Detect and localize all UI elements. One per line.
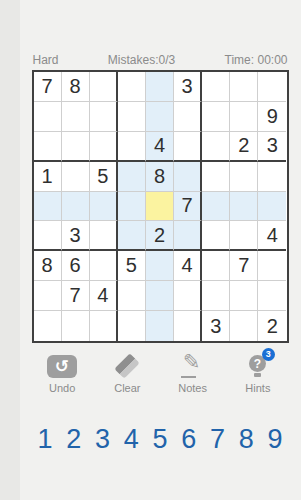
board-cell[interactable]: [34, 102, 62, 132]
numpad-key[interactable]: 2: [60, 424, 87, 455]
board-cell[interactable]: [90, 251, 118, 281]
board-cell[interactable]: [202, 221, 230, 251]
board-cell[interactable]: [118, 72, 146, 102]
board-cell[interactable]: 7: [174, 192, 202, 222]
board-cell[interactable]: 4: [258, 221, 286, 251]
board-cell[interactable]: [34, 221, 62, 251]
board-cell[interactable]: [230, 102, 258, 132]
board-cell[interactable]: [230, 281, 258, 311]
board-cell[interactable]: [34, 132, 62, 162]
board-cell[interactable]: [202, 102, 230, 132]
board-cell[interactable]: [118, 221, 146, 251]
board-cell[interactable]: 7: [230, 251, 258, 281]
board-cell[interactable]: 7: [34, 72, 62, 102]
board-cell[interactable]: [202, 72, 230, 102]
board-cell[interactable]: 5: [118, 251, 146, 281]
numpad-key[interactable]: 3: [89, 424, 116, 455]
board-cell[interactable]: [202, 132, 230, 162]
numpad-key[interactable]: 4: [118, 424, 145, 455]
board-cell[interactable]: [230, 162, 258, 192]
number-pad: 123456789: [32, 424, 289, 455]
board-cell[interactable]: [258, 162, 286, 192]
clear-button[interactable]: Clear: [98, 352, 156, 394]
hints-button[interactable]: ? 3 Hints: [229, 352, 287, 394]
timer: Time: 00:00: [225, 53, 288, 67]
board-cell[interactable]: [62, 192, 90, 222]
board-cell[interactable]: [90, 72, 118, 102]
pencil-icon: ✎: [179, 353, 207, 379]
board-cell[interactable]: [62, 132, 90, 162]
board-cell[interactable]: 7: [62, 281, 90, 311]
board-cell[interactable]: [174, 281, 202, 311]
undo-button[interactable]: ↺ Undo: [33, 352, 91, 394]
difficulty-label: Hard: [33, 53, 59, 67]
board-cell[interactable]: [174, 311, 202, 341]
board-cell[interactable]: [34, 281, 62, 311]
board-cell[interactable]: 5: [90, 162, 118, 192]
board-cell[interactable]: [90, 102, 118, 132]
board-cell[interactable]: [118, 102, 146, 132]
board-cell[interactable]: 8: [146, 162, 174, 192]
board-cell[interactable]: [34, 192, 62, 222]
board-cell[interactable]: 4: [174, 251, 202, 281]
board-cell[interactable]: 2: [258, 311, 286, 341]
board-cell[interactable]: 3: [258, 132, 286, 162]
board-cell[interactable]: [202, 281, 230, 311]
eraser-icon: [115, 353, 140, 378]
board-cell[interactable]: 3: [202, 311, 230, 341]
board-cell[interactable]: [146, 72, 174, 102]
board-cell[interactable]: 1: [34, 162, 62, 192]
clear-label: Clear: [114, 382, 140, 394]
board-cell[interactable]: [118, 162, 146, 192]
board-cell[interactable]: [90, 221, 118, 251]
board-cell[interactable]: [146, 192, 174, 222]
status-bar: Hard Mistakes:0/3 Time: 00:00: [20, 53, 301, 67]
undo-label: Undo: [49, 382, 75, 394]
board-cell[interactable]: [202, 251, 230, 281]
board-cell[interactable]: [174, 221, 202, 251]
numpad-key[interactable]: 9: [262, 424, 289, 455]
board-cell[interactable]: [174, 102, 202, 132]
board-cell[interactable]: [258, 192, 286, 222]
board-cell[interactable]: [202, 162, 230, 192]
board-cell[interactable]: 3: [62, 221, 90, 251]
board-cell[interactable]: [62, 162, 90, 192]
board-cell[interactable]: [230, 311, 258, 341]
board-cell[interactable]: 8: [34, 251, 62, 281]
numpad-key[interactable]: 6: [175, 424, 202, 455]
board-cell[interactable]: [62, 102, 90, 132]
board-cell[interactable]: 3: [174, 72, 202, 102]
board-cell[interactable]: [90, 311, 118, 341]
board-cell[interactable]: [90, 132, 118, 162]
board-cell[interactable]: 4: [146, 132, 174, 162]
board-cell[interactable]: [146, 281, 174, 311]
board-cell[interactable]: [258, 72, 286, 102]
notes-button[interactable]: ✎ Notes: [164, 352, 222, 394]
board-cell[interactable]: [146, 311, 174, 341]
numpad-key[interactable]: 8: [233, 424, 260, 455]
numpad-key[interactable]: 1: [32, 424, 59, 455]
board-cell[interactable]: 4: [90, 281, 118, 311]
notes-label: Notes: [178, 382, 207, 394]
hints-label: Hints: [245, 382, 270, 394]
toolbar: ↺ Undo Clear ✎ Notes ?: [20, 352, 301, 394]
sudoku-app: Hard Mistakes:0/3 Time: 00:00 7839423158…: [20, 0, 301, 500]
board-cell[interactable]: [202, 192, 230, 222]
board-cell[interactable]: [118, 132, 146, 162]
hints-count-badge: 3: [262, 348, 275, 361]
board-cell[interactable]: [62, 311, 90, 341]
board-cell[interactable]: [174, 132, 202, 162]
numpad-key[interactable]: 7: [204, 424, 231, 455]
sudoku-board[interactable]: 78394231587324865477432: [32, 70, 289, 343]
lightbulb-icon: ? 3: [245, 353, 271, 379]
board-cell[interactable]: [230, 192, 258, 222]
mistakes-counter: Mistakes:0/3: [108, 53, 175, 67]
board-cell[interactable]: [258, 281, 286, 311]
board-cell[interactable]: 8: [62, 72, 90, 102]
undo-icon: ↺: [47, 355, 77, 378]
board-cell[interactable]: 2: [146, 221, 174, 251]
board-cell[interactable]: [146, 102, 174, 132]
board-cell[interactable]: [118, 281, 146, 311]
board-cell[interactable]: 6: [62, 251, 90, 281]
board-cell[interactable]: [230, 221, 258, 251]
board-cell[interactable]: [118, 311, 146, 341]
numpad-key[interactable]: 5: [147, 424, 174, 455]
board-cell[interactable]: [146, 251, 174, 281]
board-cell[interactable]: 9: [258, 102, 286, 132]
board-cell[interactable]: [118, 192, 146, 222]
board-cell[interactable]: [90, 192, 118, 222]
board-cell[interactable]: [174, 162, 202, 192]
board-cell[interactable]: [258, 251, 286, 281]
board-cell[interactable]: [230, 72, 258, 102]
board-cell[interactable]: 2: [230, 132, 258, 162]
board-cell[interactable]: [34, 311, 62, 341]
